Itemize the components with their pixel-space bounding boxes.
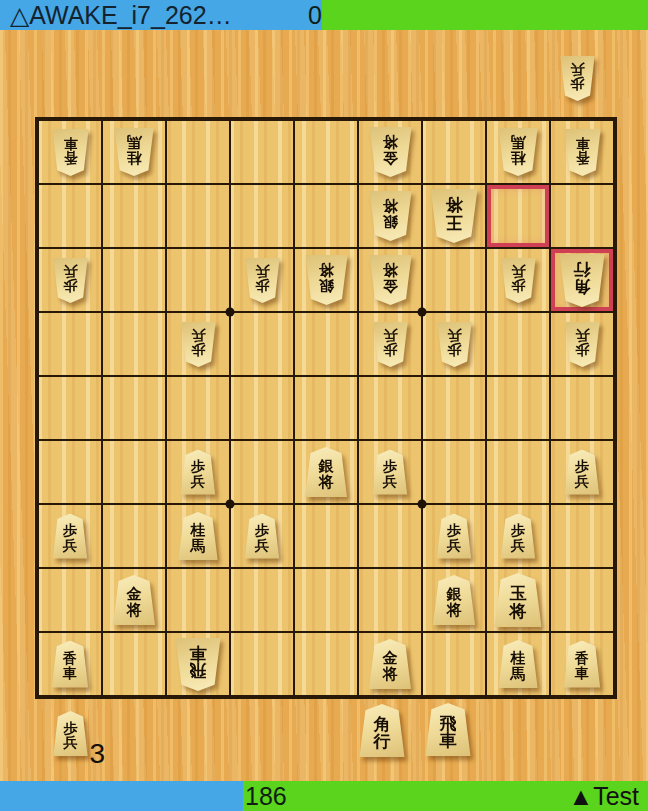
- piece-kanji: 歩: [191, 460, 205, 474]
- piece-kanji: 金: [383, 150, 398, 165]
- square-4h[interactable]: [358, 568, 422, 632]
- piece-kanji: 兵: [571, 62, 585, 76]
- hoshi-dot: [226, 500, 235, 509]
- square-6c[interactable]: 歩兵: [230, 248, 294, 312]
- square-9f[interactable]: [38, 440, 102, 504]
- piece-kanji: 桂: [191, 523, 206, 538]
- hoshi-dot: [418, 308, 427, 317]
- piece-kanji: 歩: [64, 722, 78, 736]
- piece-kanji: 車: [575, 135, 589, 149]
- piece-kanji: 車: [63, 135, 77, 149]
- piece-kanji: 歩: [447, 524, 461, 538]
- square-8d[interactable]: [102, 312, 166, 376]
- square-1h[interactable]: [550, 568, 614, 632]
- gote-player-name: △AWAKE_i7_262…: [10, 0, 232, 30]
- square-5f[interactable]: 銀将: [294, 440, 358, 504]
- square-9h[interactable]: [38, 568, 102, 632]
- piece-kanji: 兵: [511, 539, 525, 553]
- piece-kanji: 将: [319, 262, 334, 277]
- piece-kanji: 将: [383, 667, 398, 682]
- gote-p-piece[interactable]: 歩兵: [565, 322, 600, 367]
- sente-hand-pawn[interactable]: 歩兵3: [53, 711, 88, 756]
- sente-time-fill: [0, 781, 243, 811]
- square-3d[interactable]: 歩兵: [422, 312, 486, 376]
- piece-kanji: 将: [383, 134, 398, 149]
- square-4e[interactable]: [358, 376, 422, 440]
- square-1c[interactable]: 角行: [550, 248, 614, 312]
- piece-kanji: 兵: [575, 327, 589, 341]
- square-8h[interactable]: 金将: [102, 568, 166, 632]
- piece-kanji: 兵: [63, 539, 77, 553]
- square-9b[interactable]: [38, 184, 102, 248]
- square-5d[interactable]: [294, 312, 358, 376]
- square-2d[interactable]: [486, 312, 550, 376]
- gote-p-piece[interactable]: 歩兵: [53, 258, 88, 303]
- sente-g-piece[interactable]: 金将: [369, 639, 412, 689]
- square-7f[interactable]: 歩兵: [166, 440, 230, 504]
- piece-kanji: 歩: [255, 524, 269, 538]
- square-2e[interactable]: [486, 376, 550, 440]
- square-8c[interactable]: [102, 248, 166, 312]
- square-9a[interactable]: 香車: [38, 120, 102, 184]
- square-1b[interactable]: [550, 184, 614, 248]
- square-1e[interactable]: [550, 376, 614, 440]
- piece-kanji: 兵: [575, 475, 589, 489]
- piece-kanji: 香: [63, 150, 77, 164]
- piece-kanji: 飛: [440, 715, 457, 732]
- gote-g-piece[interactable]: 金将: [369, 127, 412, 177]
- piece-kanji: 桂: [511, 150, 526, 165]
- sente-clock-bar: 186 ▲Test: [0, 781, 648, 811]
- piece-kanji: 金: [383, 651, 398, 666]
- sente-n-piece[interactable]: 桂馬: [498, 640, 538, 688]
- square-7b[interactable]: [166, 184, 230, 248]
- square-5g[interactable]: [294, 504, 358, 568]
- hoshi-dot: [226, 308, 235, 317]
- square-6h[interactable]: [230, 568, 294, 632]
- square-3c[interactable]: [422, 248, 486, 312]
- piece-kanji: 銀: [319, 278, 334, 293]
- square-5h[interactable]: [294, 568, 358, 632]
- square-2c[interactable]: 歩兵: [486, 248, 550, 312]
- piece-kanji: 馬: [511, 134, 526, 149]
- piece-kanji: 桂: [511, 651, 526, 666]
- gote-p-piece[interactable]: 歩兵: [501, 258, 536, 303]
- gote-l-piece[interactable]: 香車: [564, 129, 601, 176]
- piece-kanji: 兵: [383, 475, 397, 489]
- square-3i[interactable]: [422, 632, 486, 696]
- piece-kanji: 車: [440, 732, 457, 749]
- square-3a[interactable]: [422, 120, 486, 184]
- piece-kanji: 馬: [127, 134, 142, 149]
- square-9d[interactable]: [38, 312, 102, 376]
- piece-kanji: 桂: [127, 150, 142, 165]
- square-7d[interactable]: 歩兵: [166, 312, 230, 376]
- square-9g[interactable]: 歩兵: [38, 504, 102, 568]
- square-3f[interactable]: [422, 440, 486, 504]
- piece-kanji: 歩: [571, 76, 585, 90]
- gote-s-piece[interactable]: 銀将: [305, 255, 348, 305]
- gote-s-piece[interactable]: 銀将: [369, 191, 412, 241]
- piece-kanji: 将: [447, 603, 462, 618]
- square-6f[interactable]: [230, 440, 294, 504]
- sente-s-piece[interactable]: 銀将: [305, 447, 348, 497]
- square-4g[interactable]: [358, 504, 422, 568]
- square-2f[interactable]: [486, 440, 550, 504]
- piece-kanji: 歩: [63, 524, 77, 538]
- piece-kanji: 王: [446, 214, 463, 231]
- gote-p-piece[interactable]: 歩兵: [245, 258, 280, 303]
- piece-kanji: 角: [574, 278, 591, 295]
- piece-kanji: 兵: [511, 263, 525, 277]
- square-7h[interactable]: [166, 568, 230, 632]
- square-7a[interactable]: [166, 120, 230, 184]
- piece-kanji: 兵: [255, 539, 269, 553]
- piece-kanji: 兵: [255, 263, 269, 277]
- piece-kanji: 歩: [383, 342, 397, 356]
- piece-kanji: 歩: [511, 278, 525, 292]
- gote-l-piece[interactable]: 香車: [52, 129, 89, 176]
- square-2i[interactable]: 桂馬: [486, 632, 550, 696]
- piece-kanji: 歩: [191, 342, 205, 356]
- hoshi-dot: [418, 500, 427, 509]
- square-4b[interactable]: 銀将: [358, 184, 422, 248]
- piece-kanji: 馬: [191, 539, 206, 554]
- piece-kanji: 歩: [575, 460, 589, 474]
- sente-l-piece[interactable]: 香車: [564, 641, 601, 688]
- piece-kanji: 将: [383, 262, 398, 277]
- piece-kanji: 車: [575, 667, 589, 681]
- square-2g[interactable]: 歩兵: [486, 504, 550, 568]
- piece-kanji: 兵: [191, 327, 205, 341]
- sente-s-piece[interactable]: 銀将: [433, 575, 476, 625]
- piece-kanji: 銀: [383, 214, 398, 229]
- square-2h[interactable]: 玉将: [486, 568, 550, 632]
- piece-kanji: 車: [190, 644, 207, 661]
- sente-time-remaining: 186: [245, 781, 287, 811]
- piece-kanji: 将: [510, 603, 527, 620]
- square-7i[interactable]: 飛車: [166, 632, 230, 696]
- piece-kanji: 歩: [575, 342, 589, 356]
- piece-kanji: 兵: [64, 736, 78, 750]
- piece-kanji: 将: [319, 475, 334, 490]
- square-1a[interactable]: 香車: [550, 120, 614, 184]
- piece-kanji: 銀: [447, 587, 462, 602]
- square-8g[interactable]: [102, 504, 166, 568]
- sente-p-piece[interactable]: 歩兵: [53, 514, 88, 559]
- square-4a[interactable]: 金将: [358, 120, 422, 184]
- piece-kanji: 兵: [63, 263, 77, 277]
- square-5c[interactable]: 銀将: [294, 248, 358, 312]
- square-6d[interactable]: [230, 312, 294, 376]
- square-2a[interactable]: 桂馬: [486, 120, 550, 184]
- square-4f[interactable]: 歩兵: [358, 440, 422, 504]
- square-1f[interactable]: 歩兵: [550, 440, 614, 504]
- piece-kanji: 将: [383, 198, 398, 213]
- sente-hand-rook[interactable]: 飛車: [425, 703, 471, 756]
- gote-b-piece[interactable]: 角行: [559, 254, 605, 307]
- piece-kanji: 歩: [447, 342, 461, 356]
- square-6a[interactable]: [230, 120, 294, 184]
- shogi-app: △AWAKE_i7_262… 0 香車桂馬金将桂馬香車銀将王将歩兵歩兵銀将金将歩…: [0, 0, 648, 811]
- hand-piece-count: 3: [89, 738, 105, 770]
- square-5e[interactable]: [294, 376, 358, 440]
- square-6g[interactable]: 歩兵: [230, 504, 294, 568]
- sente-p-piece[interactable]: 歩兵: [245, 514, 280, 559]
- sente-p-piece[interactable]: 歩兵: [501, 514, 536, 559]
- gote-p-piece[interactable]: 歩兵: [181, 322, 216, 367]
- piece-kanji: 歩: [511, 524, 525, 538]
- square-3e[interactable]: [422, 376, 486, 440]
- piece-kanji: 角: [374, 716, 391, 733]
- piece-kanji: 兵: [447, 327, 461, 341]
- sente-player-name: ▲Test: [568, 781, 639, 811]
- square-7c[interactable]: [166, 248, 230, 312]
- piece-kanji: 歩: [255, 278, 269, 292]
- square-3b[interactable]: 王将: [422, 184, 486, 248]
- square-7g[interactable]: 桂馬: [166, 504, 230, 568]
- square-9i[interactable]: 香車: [38, 632, 102, 696]
- sente-n-piece[interactable]: 桂馬: [178, 512, 218, 560]
- piece-kanji: 車: [63, 667, 77, 681]
- square-4d[interactable]: 歩兵: [358, 312, 422, 376]
- piece-kanji: 金: [127, 587, 142, 602]
- square-5a[interactable]: [294, 120, 358, 184]
- piece-kanji: 兵: [191, 475, 205, 489]
- sente-p-piece[interactable]: 歩兵: [373, 450, 408, 495]
- square-1g[interactable]: [550, 504, 614, 568]
- sente-k-piece[interactable]: 玉将: [494, 573, 542, 627]
- piece-kanji: 玉: [510, 585, 527, 602]
- square-4c[interactable]: 金将: [358, 248, 422, 312]
- piece-kanji: 金: [383, 278, 398, 293]
- square-6b[interactable]: [230, 184, 294, 248]
- piece-kanji: 兵: [383, 327, 397, 341]
- piece-kanji: 香: [63, 652, 77, 666]
- piece-kanji: 将: [127, 603, 142, 618]
- sente-p-piece[interactable]: 歩兵: [565, 450, 600, 495]
- gote-hand-piece[interactable]: 歩兵: [560, 56, 595, 101]
- sente-hand-bishop[interactable]: 角行: [359, 704, 405, 757]
- square-8f[interactable]: [102, 440, 166, 504]
- gote-clock-bar: △AWAKE_i7_262… 0: [0, 0, 648, 30]
- square-8a[interactable]: 桂馬: [102, 120, 166, 184]
- sente-g-piece[interactable]: 金将: [113, 575, 156, 625]
- gote-p-piece[interactable]: 歩兵: [373, 322, 408, 367]
- square-5i[interactable]: [294, 632, 358, 696]
- gote-p-piece[interactable]: 歩兵: [437, 322, 472, 367]
- sente-p-piece[interactable]: 歩兵: [181, 450, 216, 495]
- square-2b[interactable]: [486, 184, 550, 248]
- square-1d[interactable]: 歩兵: [550, 312, 614, 376]
- gote-g-piece[interactable]: 金将: [369, 255, 412, 305]
- piece-kanji: 銀: [319, 459, 334, 474]
- square-8e[interactable]: [102, 376, 166, 440]
- sente-l-piece[interactable]: 香車: [52, 641, 89, 688]
- gote-k-piece[interactable]: 王将: [430, 189, 478, 243]
- sente-p-piece[interactable]: 歩兵: [53, 711, 88, 756]
- piece-kanji: 将: [446, 196, 463, 213]
- piece-kanji: 歩: [63, 278, 77, 292]
- square-3h[interactable]: 銀将: [422, 568, 486, 632]
- piece-kanji: 馬: [511, 667, 526, 682]
- square-6i[interactable]: [230, 632, 294, 696]
- square-8i[interactable]: [102, 632, 166, 696]
- square-6e[interactable]: [230, 376, 294, 440]
- square-9c[interactable]: 歩兵: [38, 248, 102, 312]
- piece-kanji: 香: [575, 652, 589, 666]
- square-1i[interactable]: 香車: [550, 632, 614, 696]
- square-4i[interactable]: 金将: [358, 632, 422, 696]
- gote-time-remaining: 0: [308, 0, 322, 30]
- square-9e[interactable]: [38, 376, 102, 440]
- square-3g[interactable]: 歩兵: [422, 504, 486, 568]
- board-grid: 香車桂馬金将桂馬香車銀将王将歩兵歩兵銀将金将歩兵角行歩兵歩兵歩兵歩兵歩兵銀将歩兵…: [35, 117, 617, 699]
- sente-p-piece[interactable]: 歩兵: [437, 514, 472, 559]
- gote-r-piece[interactable]: 飛車: [175, 638, 221, 691]
- square-5b[interactable]: [294, 184, 358, 248]
- sente-b-piece[interactable]: 角行: [359, 704, 405, 757]
- sente-r-piece[interactable]: 飛車: [425, 703, 471, 756]
- piece-kanji: 飛: [190, 662, 207, 679]
- piece-kanji: 行: [374, 733, 391, 750]
- square-8b[interactable]: [102, 184, 166, 248]
- piece-kanji: 香: [575, 150, 589, 164]
- piece-kanji: 歩: [383, 460, 397, 474]
- square-7e[interactable]: [166, 376, 230, 440]
- gote-n-piece[interactable]: 桂馬: [498, 128, 538, 176]
- gote-p-piece[interactable]: 歩兵: [560, 56, 595, 101]
- piece-kanji: 兵: [447, 539, 461, 553]
- gote-n-piece[interactable]: 桂馬: [114, 128, 154, 176]
- piece-kanji: 行: [574, 260, 591, 277]
